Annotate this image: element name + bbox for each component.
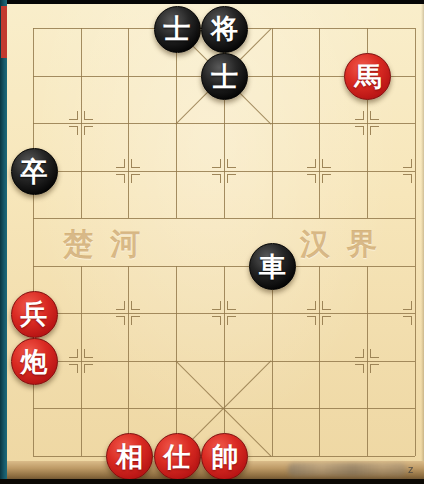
point-marker: [69, 126, 78, 135]
point-marker: [84, 349, 93, 358]
piece-black-advisor[interactable]: 士: [154, 6, 201, 53]
point-marker: [403, 159, 412, 168]
piece-red-cannon[interactable]: 炮: [11, 338, 58, 385]
point-marker: [212, 301, 221, 310]
point-marker: [212, 316, 221, 325]
point-marker: [131, 159, 140, 168]
board-rank-line: [33, 218, 415, 219]
point-marker: [355, 126, 364, 135]
board-file-line: [415, 28, 416, 456]
point-marker: [84, 111, 93, 120]
board-file-line: [319, 266, 320, 456]
left-border-strip: [0, 0, 7, 484]
point-marker: [355, 111, 364, 120]
board-file-line: [224, 266, 225, 456]
point-marker: [370, 111, 379, 120]
point-marker: [403, 301, 412, 310]
point-marker: [355, 349, 364, 358]
point-marker: [403, 316, 412, 325]
piece-red-elephant[interactable]: 相: [106, 433, 153, 480]
watermark-blur: [288, 463, 406, 476]
point-marker: [212, 174, 221, 183]
point-marker: [69, 349, 78, 358]
point-marker: [131, 174, 140, 183]
point-marker: [227, 159, 236, 168]
point-marker: [307, 174, 316, 183]
point-marker: [69, 364, 78, 373]
point-marker: [84, 126, 93, 135]
piece-black-soldier[interactable]: 卒: [11, 148, 58, 195]
watermark-text: z: [408, 464, 413, 475]
point-marker: [322, 301, 331, 310]
board-file-line: [81, 28, 82, 218]
board-file-line: [33, 28, 34, 456]
point-marker: [212, 159, 221, 168]
point-marker: [355, 364, 364, 373]
point-marker: [131, 301, 140, 310]
piece-red-soldier[interactable]: 兵: [11, 291, 58, 338]
point-marker: [370, 364, 379, 373]
point-marker: [227, 174, 236, 183]
point-marker: [403, 174, 412, 183]
board-file-line: [128, 28, 129, 218]
board-file-line: [128, 266, 129, 456]
board-file-line: [272, 266, 273, 456]
point-marker: [322, 316, 331, 325]
point-marker: [84, 364, 93, 373]
point-marker: [307, 159, 316, 168]
xiangqi-app-screen: 楚河汉界 士将士馬卒車兵炮相仕帥 z: [0, 0, 424, 484]
point-marker: [131, 316, 140, 325]
top-border-strip: [0, 0, 424, 4]
point-marker: [69, 111, 78, 120]
point-marker: [307, 316, 316, 325]
point-marker: [370, 349, 379, 358]
bottom-border-strip: [0, 479, 424, 484]
board-file-line: [367, 266, 368, 456]
point-marker: [227, 316, 236, 325]
point-marker: [116, 159, 125, 168]
piece-red-general[interactable]: 帥: [201, 433, 248, 480]
piece-black-general[interactable]: 将: [201, 6, 248, 53]
point-marker: [116, 174, 125, 183]
board-file-line: [81, 266, 82, 456]
point-marker: [307, 301, 316, 310]
left-strip-red-segment: [1, 6, 7, 58]
point-marker: [322, 159, 331, 168]
board-file-line: [272, 28, 273, 218]
piece-black-chariot[interactable]: 車: [249, 243, 296, 290]
point-marker: [322, 174, 331, 183]
point-marker: [116, 316, 125, 325]
point-marker: [227, 301, 236, 310]
point-marker: [116, 301, 125, 310]
point-marker: [370, 126, 379, 135]
piece-red-advisor[interactable]: 仕: [154, 433, 201, 480]
piece-black-advisor[interactable]: 士: [201, 53, 248, 100]
board-file-line: [319, 28, 320, 218]
